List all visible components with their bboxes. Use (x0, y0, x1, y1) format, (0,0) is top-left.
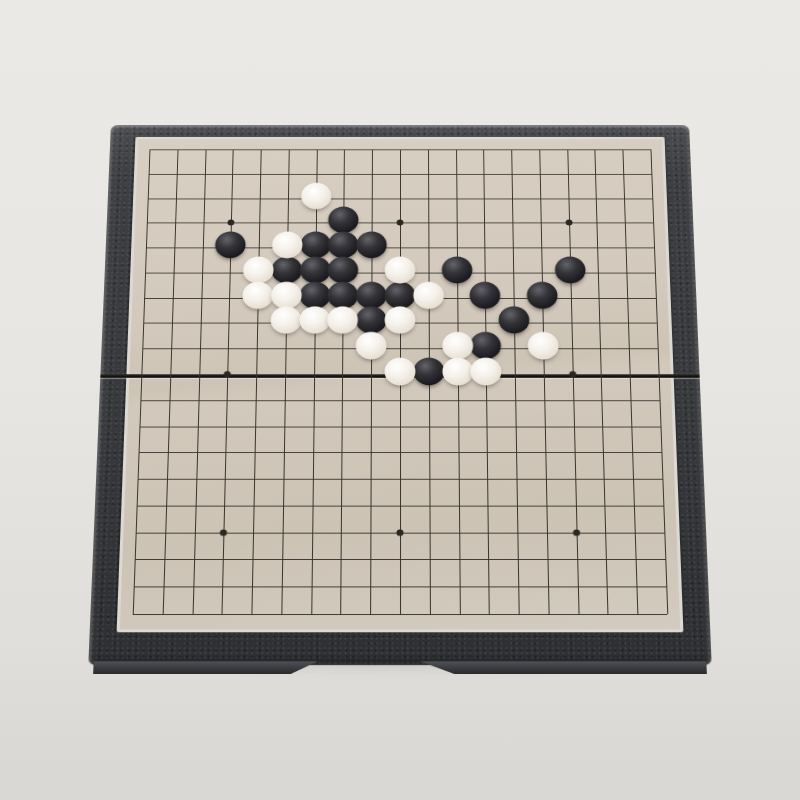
stone-black[interactable] (300, 256, 331, 283)
grid-line-v (252, 149, 262, 614)
star-point (224, 371, 231, 377)
photo-scene (0, 0, 800, 800)
stone-black[interactable] (300, 232, 331, 259)
star-point (397, 220, 404, 226)
stone-black[interactable] (554, 256, 585, 283)
grid-line-h (139, 426, 660, 427)
star-point (220, 529, 227, 536)
stone-white[interactable] (442, 332, 473, 360)
stone-black[interactable] (299, 281, 330, 308)
grid-line-h (139, 452, 662, 453)
star-point (396, 529, 403, 536)
stone-black[interactable] (385, 281, 416, 308)
grid-line-v (623, 149, 639, 614)
grid-line-h (140, 400, 659, 401)
stone-white[interactable] (271, 281, 302, 308)
stone-black[interactable] (413, 358, 444, 386)
stone-white[interactable] (527, 332, 558, 360)
grid-line-h (137, 506, 664, 507)
grid-line-v (192, 149, 206, 614)
stone-white[interactable] (413, 281, 444, 308)
stone-white[interactable] (242, 281, 273, 308)
stone-black[interactable] (328, 232, 359, 259)
grid-line-v (539, 149, 549, 614)
grid-line-v (370, 149, 373, 614)
go-board (88, 125, 711, 665)
board-surface (120, 139, 680, 629)
grid-line-h (138, 479, 663, 480)
stone-white[interactable] (385, 307, 416, 334)
stone-black[interactable] (328, 281, 359, 308)
star-point (573, 529, 580, 536)
stone-black[interactable] (328, 207, 359, 234)
stone-black[interactable] (441, 256, 472, 283)
star-point (228, 220, 235, 226)
bottom-edge-right-tab (420, 661, 707, 674)
stone-white[interactable] (385, 256, 416, 283)
grid-line-h (134, 587, 667, 588)
stone-black[interactable] (328, 256, 359, 283)
stone-black[interactable] (357, 232, 388, 259)
bottom-edge-left-tab (93, 661, 318, 674)
stone-black[interactable] (470, 281, 501, 308)
star-point (565, 220, 572, 226)
stone-black[interactable] (470, 332, 501, 360)
stone-white[interactable] (270, 307, 301, 334)
stone-white[interactable] (272, 232, 303, 259)
star-point (569, 371, 576, 377)
stone-white[interactable] (356, 332, 387, 360)
grid-line-v (133, 149, 151, 614)
grid-line-h (133, 614, 668, 615)
grid-line-v (311, 149, 318, 614)
stone-black[interactable] (499, 307, 530, 334)
stone-black[interactable] (271, 256, 302, 283)
grid-line-v (511, 149, 519, 614)
stone-black[interactable] (527, 281, 558, 308)
stone-black[interactable] (215, 232, 246, 259)
grid-line-v (162, 149, 178, 614)
grid-line-h (135, 559, 666, 560)
stone-white[interactable] (301, 182, 331, 208)
stone-white[interactable] (471, 358, 502, 386)
stone-black[interactable] (356, 307, 387, 334)
stone-white[interactable] (384, 358, 415, 386)
stone-white[interactable] (243, 256, 274, 283)
grid-line-v (281, 149, 289, 614)
stone-white[interactable] (327, 307, 358, 334)
stone-black[interactable] (356, 281, 387, 308)
stone-white[interactable] (299, 307, 330, 334)
stone-white[interactable] (442, 358, 473, 386)
board-grid[interactable] (133, 149, 668, 614)
grid-line-v (595, 149, 609, 614)
